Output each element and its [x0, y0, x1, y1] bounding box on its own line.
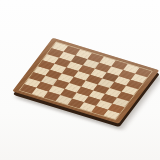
- chessboard: [12, 38, 159, 124]
- product-photo-scene: [0, 0, 160, 160]
